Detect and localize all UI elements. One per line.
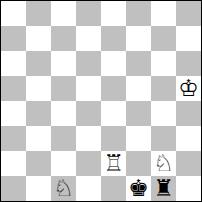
square-g3[interactable]: [151, 126, 176, 151]
square-a4[interactable]: [1, 101, 26, 126]
square-g7[interactable]: [151, 26, 176, 51]
square-g4[interactable]: [151, 101, 176, 126]
square-e1[interactable]: [101, 176, 126, 201]
white-rook[interactable]: ♖: [103, 151, 124, 176]
white-knight[interactable]: ♘: [153, 151, 174, 176]
square-d4[interactable]: [76, 101, 101, 126]
square-c6[interactable]: [51, 51, 76, 76]
square-b1[interactable]: [26, 176, 51, 201]
square-a7[interactable]: [1, 26, 26, 51]
square-b8[interactable]: [26, 1, 51, 26]
square-b6[interactable]: [26, 51, 51, 76]
square-f6[interactable]: [126, 51, 151, 76]
square-e8[interactable]: [101, 1, 126, 26]
square-b4[interactable]: [26, 101, 51, 126]
square-a2[interactable]: [1, 151, 26, 176]
square-h3[interactable]: [176, 126, 201, 151]
square-f7[interactable]: [126, 26, 151, 51]
white-king[interactable]: ♔: [178, 76, 199, 101]
square-a3[interactable]: [1, 126, 26, 151]
black-rook[interactable]: ♜: [153, 176, 174, 201]
square-d2[interactable]: [76, 151, 101, 176]
square-d6[interactable]: [76, 51, 101, 76]
square-g2[interactable]: ♘: [151, 151, 176, 176]
square-f4[interactable]: [126, 101, 151, 126]
square-c5[interactable]: [51, 76, 76, 101]
square-h2[interactable]: [176, 151, 201, 176]
square-h7[interactable]: [176, 26, 201, 51]
white-knight[interactable]: ♘: [53, 176, 74, 201]
square-c4[interactable]: [51, 101, 76, 126]
square-d8[interactable]: [76, 1, 101, 26]
square-c8[interactable]: [51, 1, 76, 26]
square-e6[interactable]: [101, 51, 126, 76]
square-d7[interactable]: [76, 26, 101, 51]
square-g5[interactable]: [151, 76, 176, 101]
square-b5[interactable]: [26, 76, 51, 101]
square-a1[interactable]: [1, 176, 26, 201]
square-h1[interactable]: [176, 176, 201, 201]
black-king[interactable]: ♚: [128, 176, 149, 201]
square-e4[interactable]: [101, 101, 126, 126]
square-d1[interactable]: [76, 176, 101, 201]
square-g6[interactable]: [151, 51, 176, 76]
square-b3[interactable]: [26, 126, 51, 151]
square-f3[interactable]: [126, 126, 151, 151]
square-e7[interactable]: [101, 26, 126, 51]
square-h5[interactable]: ♔: [176, 76, 201, 101]
square-e3[interactable]: [101, 126, 126, 151]
square-a6[interactable]: [1, 51, 26, 76]
square-f8[interactable]: [126, 1, 151, 26]
square-e5[interactable]: [101, 76, 126, 101]
square-c1[interactable]: ♘: [51, 176, 76, 201]
square-e2[interactable]: ♖: [101, 151, 126, 176]
square-d3[interactable]: [76, 126, 101, 151]
square-f2[interactable]: [126, 151, 151, 176]
square-b7[interactable]: [26, 26, 51, 51]
square-c2[interactable]: [51, 151, 76, 176]
square-g1[interactable]: ♜: [151, 176, 176, 201]
square-a8[interactable]: [1, 1, 26, 26]
square-f5[interactable]: [126, 76, 151, 101]
square-f1[interactable]: ♚: [126, 176, 151, 201]
square-b2[interactable]: [26, 151, 51, 176]
chess-board: ♔♖♘♘♚♜: [0, 0, 202, 202]
square-c7[interactable]: [51, 26, 76, 51]
square-h4[interactable]: [176, 101, 201, 126]
square-g8[interactable]: [151, 1, 176, 26]
square-h6[interactable]: [176, 51, 201, 76]
square-d5[interactable]: [76, 76, 101, 101]
square-c3[interactable]: [51, 126, 76, 151]
square-h8[interactable]: [176, 1, 201, 26]
square-a5[interactable]: [1, 76, 26, 101]
